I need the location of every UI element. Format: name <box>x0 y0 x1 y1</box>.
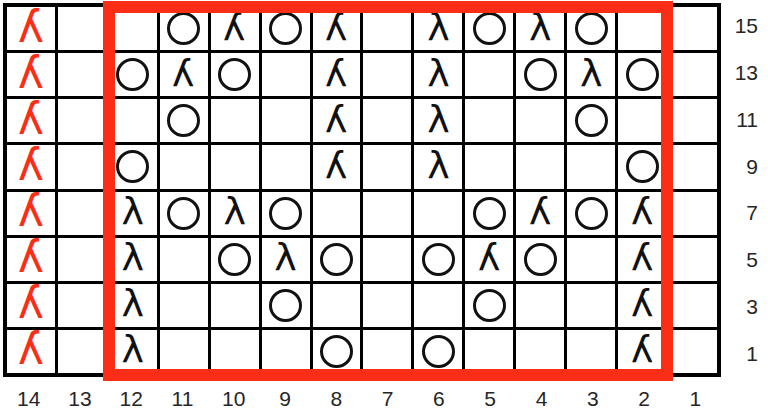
cell-r7-c6 <box>414 192 462 235</box>
yarn-over-symbol <box>269 12 302 45</box>
cell-r13-c4 <box>516 53 564 96</box>
k2tog-symbol: λ <box>223 8 246 46</box>
cell-r15-c6: λ <box>414 7 462 50</box>
k2tog-symbol: λ <box>478 238 501 276</box>
yarn-over-symbol <box>626 58 659 91</box>
row-label-1: 1 <box>723 330 765 377</box>
row-label-7: 7 <box>723 190 765 237</box>
cell-r5-c4 <box>516 238 564 281</box>
yarn-over-symbol <box>116 150 149 183</box>
cell-r3-c13 <box>58 284 106 327</box>
yarn-over-symbol <box>524 243 557 276</box>
yarn-over-symbol <box>116 58 149 91</box>
cell-r1-c3 <box>567 330 615 373</box>
yarn-over-symbol <box>167 12 200 45</box>
row-label-9: 9 <box>723 143 765 190</box>
cell-r3-c5 <box>465 284 513 327</box>
cell-r7-c9 <box>262 192 310 235</box>
cell-r15-c1 <box>669 7 717 50</box>
yarn-over-symbol <box>167 104 200 137</box>
cell-r11-c10 <box>211 99 259 142</box>
cell-r7-c4: λ <box>516 192 564 235</box>
cell-r9-c3 <box>567 145 615 188</box>
column-label-11: 11 <box>157 382 208 415</box>
cell-r1-c6 <box>414 330 462 373</box>
cell-r11-c3 <box>567 99 615 142</box>
cell-r1-c9 <box>262 330 310 373</box>
cell-r7-c8 <box>313 192 361 235</box>
cell-r1-c5 <box>465 330 513 373</box>
cell-r5-c12: λ <box>109 238 157 281</box>
cell-r5-c10 <box>211 238 259 281</box>
ssk-symbol: λ <box>122 238 145 276</box>
k2tog-symbol: λ <box>325 8 348 46</box>
cell-r5-c9: λ <box>262 238 310 281</box>
yarn-over-symbol <box>473 289 506 322</box>
cell-r13-c6: λ <box>414 53 462 96</box>
ssk-symbol: λ <box>427 146 450 184</box>
yarn-over-symbol <box>320 243 353 276</box>
cell-r15-c12 <box>109 7 157 50</box>
k2tog-symbol: λ <box>631 284 654 322</box>
ssk-symbol: λ <box>427 8 450 46</box>
cell-r1-c1 <box>669 330 717 373</box>
column-label-12: 12 <box>106 382 157 415</box>
cell-r13-c7 <box>363 53 411 96</box>
cell-r11-c1 <box>669 99 717 142</box>
edge-decrease-symbol: λ <box>18 192 44 234</box>
cell-r13-c3: λ <box>567 53 615 96</box>
cell-r15-c5 <box>465 7 513 50</box>
cell-r9-c10 <box>211 145 259 188</box>
cell-r3-c10 <box>211 284 259 327</box>
cell-r7-c12: λ <box>109 192 157 235</box>
cell-r15-c4: λ <box>516 7 564 50</box>
k2tog-symbol: λ <box>325 54 348 92</box>
yarn-over-symbol <box>473 12 506 45</box>
cell-r5-c13 <box>58 238 106 281</box>
column-label-9: 9 <box>259 382 310 415</box>
cell-r9-c7 <box>363 145 411 188</box>
edge-decrease-symbol: λ <box>18 53 44 95</box>
cell-r9-c12 <box>109 145 157 188</box>
ssk-symbol: λ <box>122 330 145 368</box>
cell-r5-c7 <box>363 238 411 281</box>
cell-r15-c13 <box>58 7 106 50</box>
cell-r3-c2: λ <box>618 284 666 327</box>
column-label-3: 3 <box>567 382 618 415</box>
cell-r5-c11 <box>160 238 208 281</box>
ssk-symbol: λ <box>122 284 145 322</box>
cell-r1-c10 <box>211 330 259 373</box>
cell-r11-c9 <box>262 99 310 142</box>
chart-grid: λλλλλλλλλλλλλλλλλλλλλλλλλλλλλλλλ <box>3 3 721 377</box>
cell-r7-c5 <box>465 192 513 235</box>
yarn-over-symbol <box>167 197 200 230</box>
cell-r5-c6 <box>414 238 462 281</box>
cell-r11-c7 <box>363 99 411 142</box>
yarn-over-symbol <box>320 335 353 368</box>
k2tog-symbol: λ <box>631 238 654 276</box>
cell-r3-c12: λ <box>109 284 157 327</box>
cell-r9-c6: λ <box>414 145 462 188</box>
cell-r13-c8: λ <box>313 53 361 96</box>
ssk-symbol: λ <box>529 8 552 46</box>
cell-r1-c4 <box>516 330 564 373</box>
yarn-over-symbol <box>626 150 659 183</box>
cell-r3-c1 <box>669 284 717 327</box>
cell-r13-c10 <box>211 53 259 96</box>
cell-r1-c7 <box>363 330 411 373</box>
cell-r9-c5 <box>465 145 513 188</box>
edge-decrease-symbol: λ <box>18 99 44 141</box>
row-labels: 15131197531 <box>723 3 765 377</box>
cell-r15-c11 <box>160 7 208 50</box>
yarn-over-symbol <box>218 58 251 91</box>
edge-decrease-symbol: λ <box>18 284 44 326</box>
cell-r7-c7 <box>363 192 411 235</box>
cell-r15-c7 <box>363 7 411 50</box>
cell-r1-c11 <box>160 330 208 373</box>
cell-r5-c8 <box>313 238 361 281</box>
cell-r3-c11 <box>160 284 208 327</box>
cell-r1-c14: λ <box>7 330 55 373</box>
cell-r11-c8: λ <box>313 99 361 142</box>
cell-r9-c1 <box>669 145 717 188</box>
cell-r1-c12: λ <box>109 330 157 373</box>
cell-r3-c4 <box>516 284 564 327</box>
cell-r11-c13 <box>58 99 106 142</box>
column-label-7: 7 <box>362 382 413 415</box>
edge-decrease-symbol: λ <box>18 330 44 372</box>
column-label-10: 10 <box>208 382 259 415</box>
cell-r9-c2 <box>618 145 666 188</box>
ssk-symbol: λ <box>427 100 450 138</box>
k2tog-symbol: λ <box>325 146 348 184</box>
cell-r11-c2 <box>618 99 666 142</box>
cell-r15-c8: λ <box>313 7 361 50</box>
k2tog-symbol: λ <box>529 192 552 230</box>
cell-r7-c13 <box>58 192 106 235</box>
column-label-4: 4 <box>516 382 567 415</box>
column-label-6: 6 <box>413 382 464 415</box>
ssk-symbol: λ <box>274 238 297 276</box>
k2tog-symbol: λ <box>631 192 654 230</box>
column-label-8: 8 <box>311 382 362 415</box>
cell-r11-c14: λ <box>7 99 55 142</box>
column-label-14: 14 <box>3 382 54 415</box>
yarn-over-symbol <box>218 243 251 276</box>
cell-r3-c8 <box>313 284 361 327</box>
cell-r13-c9 <box>262 53 310 96</box>
cell-r13-c5 <box>465 53 513 96</box>
cell-r1-c13 <box>58 330 106 373</box>
cell-r9-c8: λ <box>313 145 361 188</box>
cell-r15-c3 <box>567 7 615 50</box>
k2tog-symbol: λ <box>325 100 348 138</box>
knitting-chart: λλλλλλλλλλλλλλλλλλλλλλλλλλλλλλλλ 1413121… <box>0 0 768 417</box>
cell-r11-c4 <box>516 99 564 142</box>
cell-r3-c7 <box>363 284 411 327</box>
yarn-over-symbol <box>473 197 506 230</box>
cell-r11-c12 <box>109 99 157 142</box>
ssk-symbol: λ <box>580 54 603 92</box>
cell-r15-c2 <box>618 7 666 50</box>
cell-r5-c3 <box>567 238 615 281</box>
column-label-2: 2 <box>618 382 669 415</box>
yarn-over-symbol <box>575 104 608 137</box>
k2tog-symbol: λ <box>172 54 195 92</box>
yarn-over-symbol <box>269 289 302 322</box>
cell-r9-c13 <box>58 145 106 188</box>
cell-r9-c9 <box>262 145 310 188</box>
yarn-over-symbol <box>524 58 557 91</box>
cell-r15-c10: λ <box>211 7 259 50</box>
row-label-13: 13 <box>723 50 765 97</box>
cell-r11-c6: λ <box>414 99 462 142</box>
yarn-over-symbol <box>575 197 608 230</box>
cell-r1-c2: λ <box>618 330 666 373</box>
k2tog-symbol: λ <box>631 330 654 368</box>
cell-r7-c2: λ <box>618 192 666 235</box>
cell-r15-c14: λ <box>7 7 55 50</box>
yarn-over-symbol <box>422 335 455 368</box>
cell-r3-c6 <box>414 284 462 327</box>
cell-r11-c11 <box>160 99 208 142</box>
edge-decrease-symbol: λ <box>18 145 44 187</box>
cell-r13-c12 <box>109 53 157 96</box>
edge-decrease-symbol: λ <box>18 7 44 49</box>
row-label-15: 15 <box>723 3 765 50</box>
row-label-3: 3 <box>723 284 765 331</box>
cell-r7-c1 <box>669 192 717 235</box>
cell-r11-c5 <box>465 99 513 142</box>
cell-r7-c3 <box>567 192 615 235</box>
cell-r9-c4 <box>516 145 564 188</box>
cell-r13-c11: λ <box>160 53 208 96</box>
cell-r3-c3 <box>567 284 615 327</box>
cell-r7-c10: λ <box>211 192 259 235</box>
cell-r13-c14: λ <box>7 53 55 96</box>
cell-r13-c2 <box>618 53 666 96</box>
column-label-13: 13 <box>54 382 105 415</box>
cell-r7-c11 <box>160 192 208 235</box>
row-label-5: 5 <box>723 237 765 284</box>
cell-r7-c14: λ <box>7 192 55 235</box>
cell-r1-c8 <box>313 330 361 373</box>
column-labels: 1413121110987654321 <box>3 382 721 415</box>
cell-r3-c14: λ <box>7 284 55 327</box>
yarn-over-symbol <box>422 243 455 276</box>
cell-r9-c11 <box>160 145 208 188</box>
cell-r9-c14: λ <box>7 145 55 188</box>
cell-r5-c1 <box>669 238 717 281</box>
column-label-1: 1 <box>670 382 721 415</box>
cell-r13-c1 <box>669 53 717 96</box>
row-label-11: 11 <box>723 97 765 144</box>
cell-r15-c9 <box>262 7 310 50</box>
cell-r5-c5: λ <box>465 238 513 281</box>
yarn-over-symbol <box>575 12 608 45</box>
ssk-symbol: λ <box>122 192 145 230</box>
ssk-symbol: λ <box>427 54 450 92</box>
edge-decrease-symbol: λ <box>18 238 44 280</box>
column-label-5: 5 <box>465 382 516 415</box>
cell-r5-c2: λ <box>618 238 666 281</box>
cell-r3-c9 <box>262 284 310 327</box>
cell-r5-c14: λ <box>7 238 55 281</box>
cell-r13-c13 <box>58 53 106 96</box>
yarn-over-symbol <box>269 197 302 230</box>
ssk-symbol: λ <box>223 192 246 230</box>
